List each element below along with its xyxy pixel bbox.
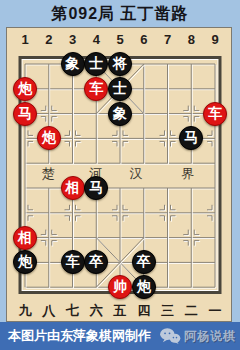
top-coord-3: 3 [63,32,83,47]
piece-red-cannon: 炮 [37,126,61,150]
xiangqi-diagram: 第092局 五丁凿路 本图片由东萍象棋网制作 阿杨说棋 123456789九八七… [0,0,240,350]
footer-bar: 本图片由东萍象棋网制作 阿杨说棋 [0,322,240,350]
bottom-coord-7: 三 [158,303,178,318]
piece-red-chariot: 车 [84,77,108,101]
bottom-coord-4: 六 [86,303,106,318]
piece-black-advisor: 士 [108,77,132,101]
bottom-coord-6: 四 [134,303,154,318]
river-char-2: 汉 [127,166,145,182]
piece-black-general: 将 [108,52,132,76]
top-coord-5: 5 [110,32,130,47]
bottom-coord-5: 五 [110,303,130,318]
watermark: 阿杨说棋 [159,322,236,350]
piece-black-cannon: 炮 [132,275,156,299]
piece-red-cannon: 炮 [13,77,37,101]
piece-black-chariot: 车 [61,250,85,274]
piece-red-chariot: 车 [203,102,227,126]
bottom-coord-8: 二 [181,303,201,318]
piece-red-elephant: 相 [13,226,37,250]
top-coord-2: 2 [39,32,59,47]
wechat-icon [159,327,181,345]
piece-red-horse: 马 [13,102,37,126]
watermark-text: 阿杨说棋 [184,328,236,345]
top-coord-7: 7 [158,32,178,47]
piece-black-elephant: 象 [61,52,85,76]
piece-black-soldier: 卒 [132,250,156,274]
river-char-3: 界 [179,166,197,182]
puzzle-title: 第092局 五丁凿路 [0,0,240,27]
top-coord-9: 9 [205,32,225,47]
top-coord-4: 4 [86,32,106,47]
piece-red-general: 帅 [108,275,132,299]
top-coord-8: 8 [181,32,201,47]
top-coord-1: 1 [15,32,35,47]
top-coord-6: 6 [134,32,154,47]
piece-black-elephant: 象 [108,102,132,126]
river-char-0: 楚 [39,166,57,182]
bottom-coord-2: 八 [39,303,59,318]
credit-text: 本图片由东萍象棋网制作 [8,322,151,350]
bottom-coord-9: 一 [205,303,225,318]
piece-red-elephant: 相 [61,176,85,200]
bottom-coord-1: 九 [15,303,35,318]
bottom-coord-3: 七 [63,303,83,318]
